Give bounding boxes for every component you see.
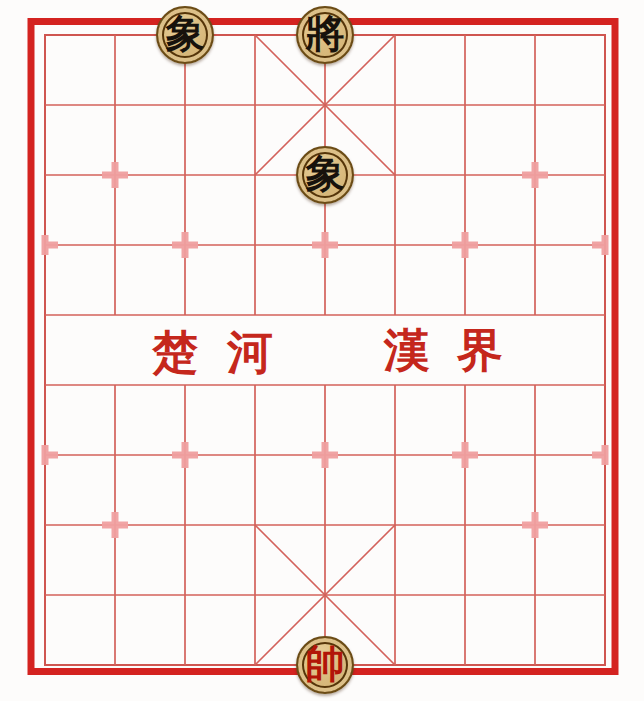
piece-glyph: 將 <box>306 7 345 61</box>
piece-glyph: 帥 <box>306 637 345 691</box>
xiangqi-board: 楚河 漢界 象將象帥 <box>0 0 644 701</box>
piece-black-elephant-left[interactable]: 象 <box>156 6 214 64</box>
piece-black-general[interactable]: 將 <box>296 6 354 64</box>
piece-glyph: 象 <box>166 7 205 61</box>
piece-black-elephant-center[interactable]: 象 <box>296 146 354 204</box>
piece-red-general[interactable]: 帥 <box>296 636 354 694</box>
piece-glyph: 象 <box>306 147 345 201</box>
pieces-layer: 象將象帥 <box>10 0 640 700</box>
